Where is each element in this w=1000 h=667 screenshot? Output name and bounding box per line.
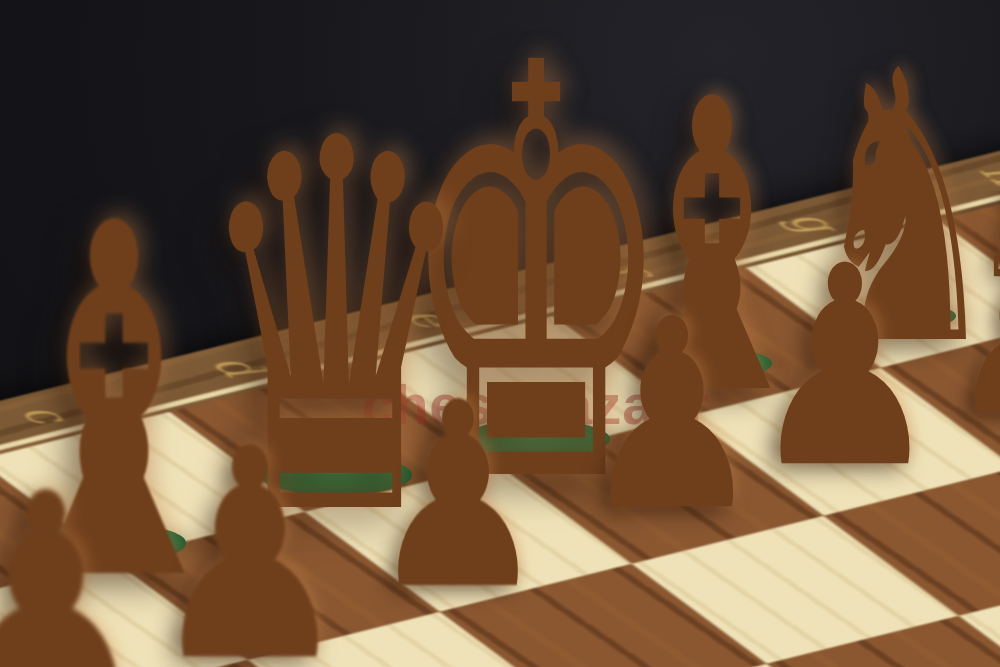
piece-g7-pawn[interactable]: ♟ xyxy=(950,228,1000,446)
piece-e7-pawn[interactable]: ♟ xyxy=(580,285,763,547)
chess-set-photo: abcdefgh87654321 chessbazaar ♝♛♚♝♞♜♟♟♟♟♟… xyxy=(0,0,1000,667)
piece-f7-pawn[interactable]: ♟ xyxy=(748,230,941,506)
piece-c7-pawn[interactable]: ♟ xyxy=(149,411,352,667)
piece-b7-pawn[interactable]: ♟ xyxy=(0,455,154,667)
piece-d7-pawn[interactable]: ♟ xyxy=(368,368,547,624)
